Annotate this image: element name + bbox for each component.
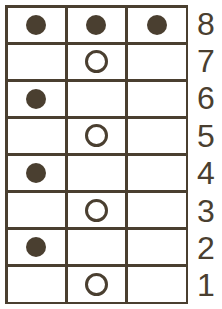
grid-cell-r6-c1 xyxy=(8,82,66,117)
row-number-label: 3 xyxy=(192,192,220,229)
open-circle-icon xyxy=(85,273,108,296)
filled-dot-icon xyxy=(26,15,46,35)
grid-cell-r1-c3 xyxy=(128,267,186,302)
grid-cell-r3-c2 xyxy=(68,193,126,228)
knitting-chart: 87654321 xyxy=(0,0,222,309)
grid-cell-r4-c2 xyxy=(68,156,126,191)
filled-dot-icon xyxy=(26,237,46,257)
filled-dot-icon xyxy=(86,15,106,35)
grid-cell-r1-c1 xyxy=(8,267,66,302)
open-circle-icon xyxy=(85,199,108,222)
grid-cell-r8-c2 xyxy=(68,8,126,43)
row-number-label: 4 xyxy=(192,155,220,192)
row-number-label: 5 xyxy=(192,117,220,154)
grid-cell-r2-c3 xyxy=(128,230,186,265)
grid-cell-r1-c2 xyxy=(68,267,126,302)
row-number-label: 2 xyxy=(192,229,220,266)
open-circle-icon xyxy=(85,124,108,147)
grid-cell-r7-c2 xyxy=(68,45,126,80)
grid-cell-r6-c3 xyxy=(128,82,186,117)
grid-cell-r2-c2 xyxy=(68,230,126,265)
grid-cell-r2-c1 xyxy=(8,230,66,265)
grid-cell-r6-c2 xyxy=(68,82,126,117)
grid-cell-r3-c3 xyxy=(128,193,186,228)
grid-cell-r8-c3 xyxy=(128,8,186,43)
filled-dot-icon xyxy=(147,15,167,35)
chart-grid xyxy=(5,5,188,304)
grid-cell-r7-c1 xyxy=(8,45,66,80)
row-number-labels: 87654321 xyxy=(192,5,220,304)
grid-cell-r4-c3 xyxy=(128,156,186,191)
row-number-label: 6 xyxy=(192,80,220,117)
row-number-label: 7 xyxy=(192,42,220,79)
grid-cell-r5-c3 xyxy=(128,119,186,154)
grid-cell-r5-c2 xyxy=(68,119,126,154)
grid-cell-r5-c1 xyxy=(8,119,66,154)
filled-dot-icon xyxy=(26,163,46,183)
filled-dot-icon xyxy=(26,89,46,109)
row-number-label: 1 xyxy=(192,267,220,304)
row-number-label: 8 xyxy=(192,5,220,42)
grid-cell-r7-c3 xyxy=(128,45,186,80)
grid-cell-r8-c1 xyxy=(8,8,66,43)
grid-cell-r3-c1 xyxy=(8,193,66,228)
open-circle-icon xyxy=(85,50,108,73)
grid-cell-r4-c1 xyxy=(8,156,66,191)
